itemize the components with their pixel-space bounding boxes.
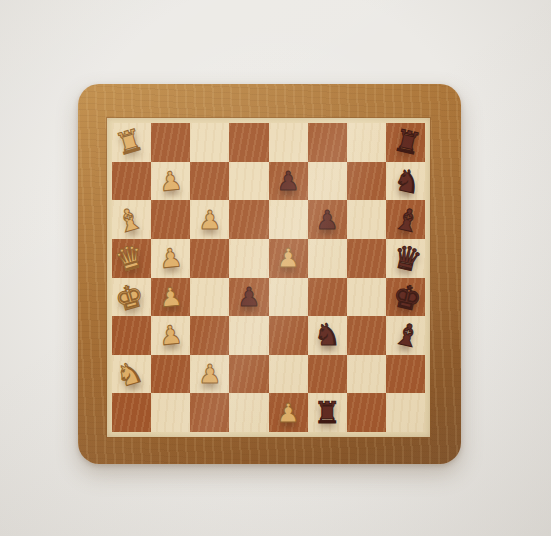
piece-white-pawn-d5[interactable]: ♟ <box>276 245 299 271</box>
piece-white-pawn-b2[interactable]: ♟ <box>158 167 184 195</box>
piece-white-pawn-e2[interactable]: ♟ <box>158 283 184 311</box>
square-c6[interactable]: ♟ <box>308 200 347 239</box>
square-e6[interactable] <box>308 278 347 317</box>
square-d4[interactable] <box>229 239 268 278</box>
square-a8[interactable]: ♜ <box>386 123 425 162</box>
square-d3[interactable] <box>190 239 229 278</box>
square-h3[interactable] <box>190 393 229 432</box>
square-g3[interactable]: ♟ <box>190 355 229 394</box>
square-e1[interactable]: ♚ <box>112 278 151 317</box>
piece-black-knight-f6[interactable]: ♞ <box>314 320 341 350</box>
board-border: ♜♜♟♟♞♝♟♟♝♛♟♟♛♚♟♟♚♟♞♝♞♟♟♜ <box>107 118 430 437</box>
chess-board: ♜♜♟♟♞♝♟♟♝♛♟♟♛♚♟♟♚♟♞♝♞♟♟♜ <box>112 123 425 432</box>
piece-white-pawn-f2[interactable]: ♟ <box>158 321 184 349</box>
square-h1[interactable] <box>112 393 151 432</box>
square-d2[interactable]: ♟ <box>151 239 190 278</box>
square-d7[interactable] <box>347 239 386 278</box>
square-d8[interactable]: ♛ <box>386 239 425 278</box>
square-a7[interactable] <box>347 123 386 162</box>
square-f6[interactable]: ♞ <box>308 316 347 355</box>
square-e4[interactable]: ♟ <box>229 278 268 317</box>
square-b7[interactable] <box>347 162 386 201</box>
square-e2[interactable]: ♟ <box>151 278 190 317</box>
square-c1[interactable]: ♝ <box>112 200 151 239</box>
square-a6[interactable] <box>308 123 347 162</box>
piece-white-king-e1[interactable]: ♚ <box>111 278 147 317</box>
piece-white-pawn-c3[interactable]: ♟ <box>198 207 221 233</box>
square-b2[interactable]: ♟ <box>151 162 190 201</box>
square-e3[interactable] <box>190 278 229 317</box>
square-c2[interactable] <box>151 200 190 239</box>
square-a3[interactable] <box>190 123 229 162</box>
square-g7[interactable] <box>347 355 386 394</box>
square-h6[interactable]: ♜ <box>308 393 347 432</box>
square-c5[interactable] <box>269 200 308 239</box>
piece-black-rook-a8[interactable]: ♜ <box>391 125 424 160</box>
square-c8[interactable]: ♝ <box>386 200 425 239</box>
board-frame: ♜♜♟♟♞♝♟♟♝♛♟♟♛♚♟♟♚♟♞♝♞♟♟♜ <box>78 84 461 464</box>
square-f4[interactable] <box>229 316 268 355</box>
square-e8[interactable]: ♚ <box>386 278 425 317</box>
square-f8[interactable]: ♝ <box>386 316 425 355</box>
piece-black-knight-b8[interactable]: ♞ <box>391 164 424 199</box>
square-g5[interactable] <box>269 355 308 394</box>
piece-black-king-e8[interactable]: ♚ <box>390 278 425 316</box>
piece-white-rook-a1[interactable]: ♜ <box>113 125 147 161</box>
square-f3[interactable] <box>190 316 229 355</box>
square-c3[interactable]: ♟ <box>190 200 229 239</box>
photo-background: { "game": "chess", "scene": { "view": "o… <box>0 0 551 536</box>
square-c4[interactable] <box>229 200 268 239</box>
square-g8[interactable] <box>386 355 425 394</box>
square-h7[interactable] <box>347 393 386 432</box>
square-g6[interactable] <box>308 355 347 394</box>
piece-white-pawn-h5[interactable]: ♟ <box>276 400 299 426</box>
square-a2[interactable] <box>151 123 190 162</box>
square-b1[interactable] <box>112 162 151 201</box>
square-g2[interactable] <box>151 355 190 394</box>
piece-white-pawn-d2[interactable]: ♟ <box>158 244 184 272</box>
square-b8[interactable]: ♞ <box>386 162 425 201</box>
square-f5[interactable] <box>269 316 308 355</box>
square-e5[interactable] <box>269 278 308 317</box>
piece-black-bishop-f8[interactable]: ♝ <box>391 318 424 353</box>
square-d6[interactable] <box>308 239 347 278</box>
square-f7[interactable] <box>347 316 386 355</box>
piece-black-pawn-e4[interactable]: ♟ <box>237 284 260 310</box>
piece-black-queen-d8[interactable]: ♛ <box>390 240 425 278</box>
square-b3[interactable] <box>190 162 229 201</box>
piece-black-pawn-b5[interactable]: ♟ <box>276 168 299 194</box>
piece-black-pawn-c6[interactable]: ♟ <box>316 207 339 233</box>
square-h8[interactable] <box>386 393 425 432</box>
square-b5[interactable]: ♟ <box>269 162 308 201</box>
square-e7[interactable] <box>347 278 386 317</box>
square-h2[interactable] <box>151 393 190 432</box>
square-d1[interactable]: ♛ <box>112 239 151 278</box>
piece-black-rook-h6[interactable]: ♜ <box>314 398 341 428</box>
square-a1[interactable]: ♜ <box>112 123 151 162</box>
piece-white-knight-g1[interactable]: ♞ <box>113 356 147 392</box>
square-h4[interactable] <box>229 393 268 432</box>
square-c7[interactable] <box>347 200 386 239</box>
square-g1[interactable]: ♞ <box>112 355 151 394</box>
piece-white-bishop-c1[interactable]: ♝ <box>113 202 147 238</box>
square-h5[interactable]: ♟ <box>269 393 308 432</box>
square-b6[interactable] <box>308 162 347 201</box>
piece-white-queen-d1[interactable]: ♛ <box>111 239 147 278</box>
square-f2[interactable]: ♟ <box>151 316 190 355</box>
square-b4[interactable] <box>229 162 268 201</box>
piece-black-bishop-c8[interactable]: ♝ <box>391 202 424 237</box>
piece-white-pawn-g3[interactable]: ♟ <box>198 361 221 387</box>
square-a4[interactable] <box>229 123 268 162</box>
square-f1[interactable] <box>112 316 151 355</box>
square-g4[interactable] <box>229 355 268 394</box>
square-a5[interactable] <box>269 123 308 162</box>
square-d5[interactable]: ♟ <box>269 239 308 278</box>
